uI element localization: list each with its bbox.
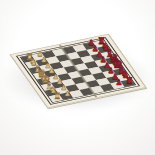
board-squares[interactable]: ♜♟♟♜♞♟♟♞♝♟♟♝♛♟♟♛♚♟♟♚♝♟♟♝♞♟♟♞♜♟♟♜ xyxy=(19,40,135,103)
piece-white-rook[interactable]: ♜ xyxy=(51,91,62,102)
piece-red-pawn[interactable]: ♟ xyxy=(112,77,124,89)
piece-white-pawn[interactable]: ♟ xyxy=(62,89,73,100)
photo-backdrop: ♜♟♟♜♞♟♟♞♝♟♟♝♛♟♟♛♚♟♟♚♝♟♟♝♞♟♟♞♜♟♟♜ xyxy=(0,0,155,155)
square-h7[interactable]: ♟ xyxy=(110,82,124,90)
